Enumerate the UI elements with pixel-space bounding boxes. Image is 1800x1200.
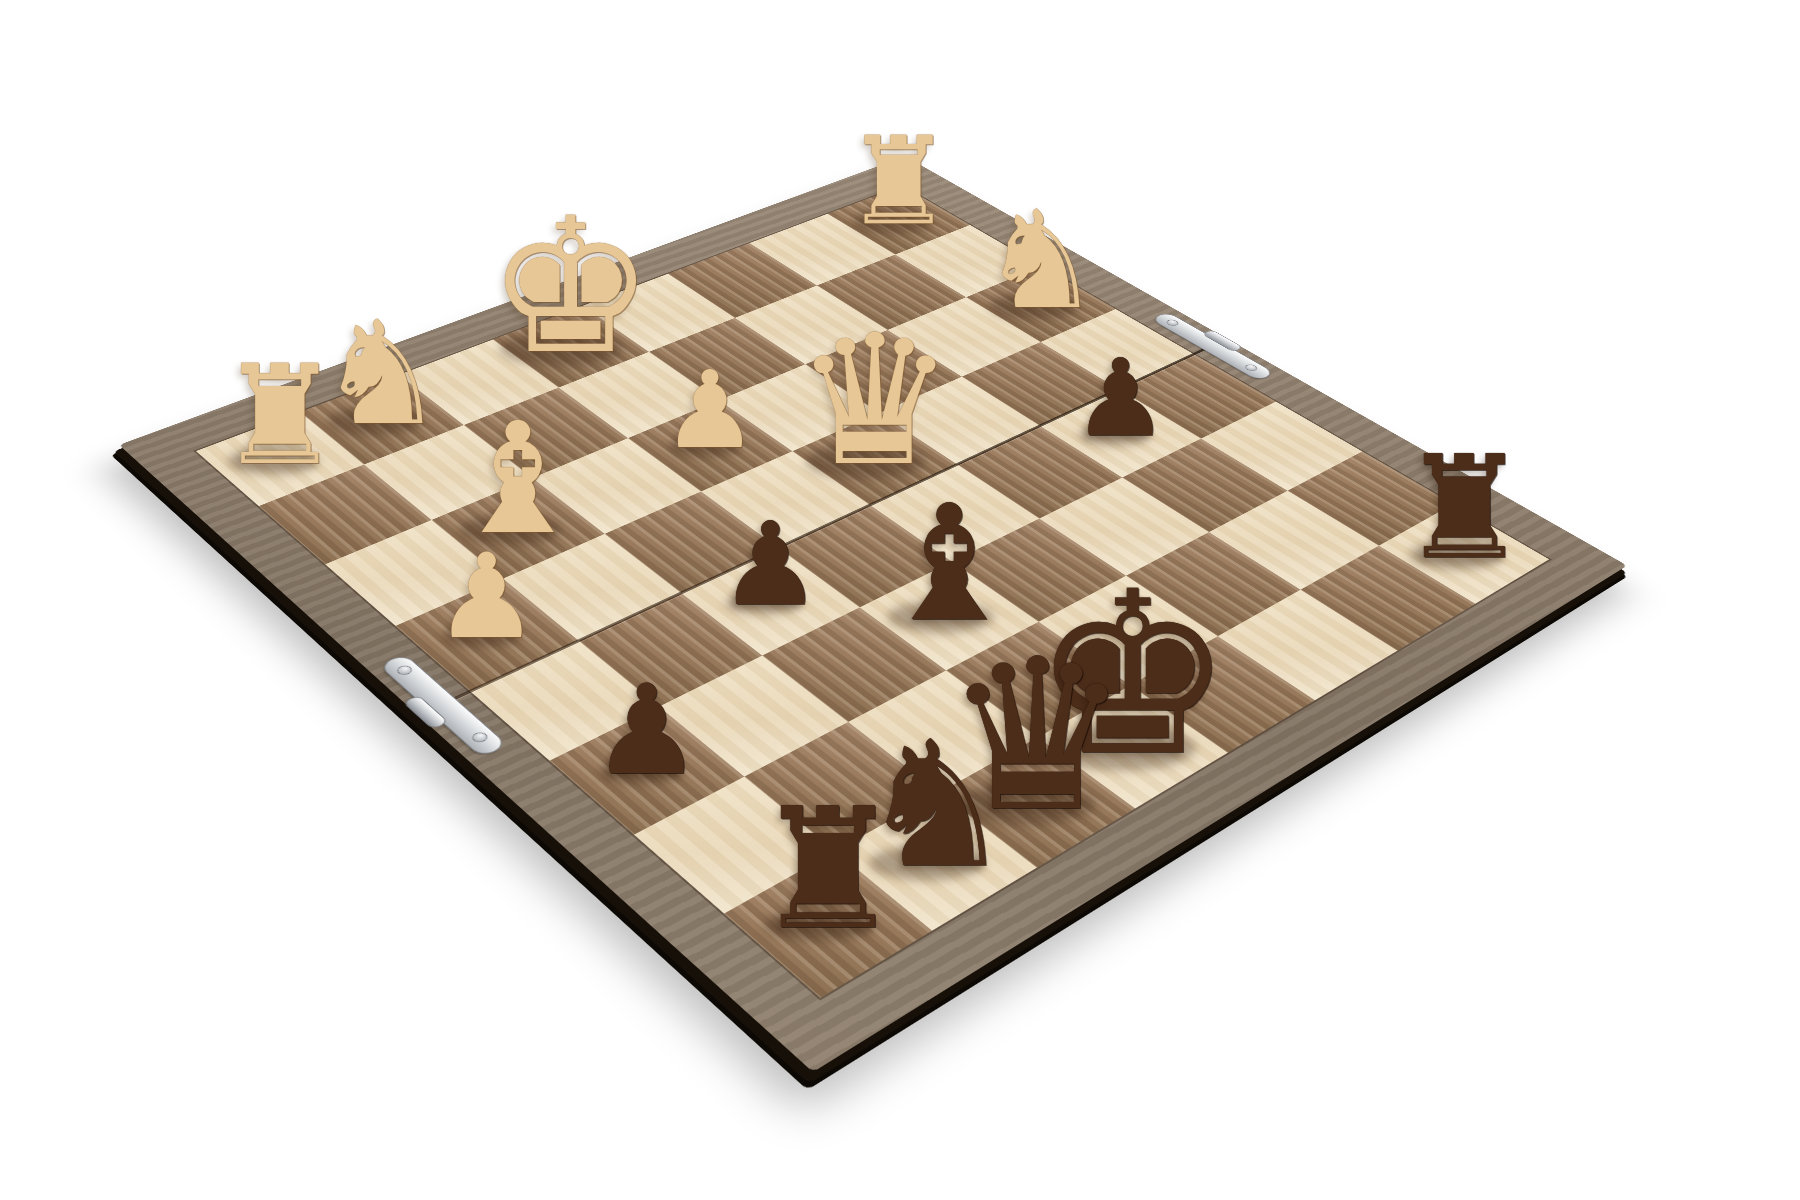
piece-black-pawn-b5[interactable]: ♟ [1072, 345, 1168, 452]
hinge-barrel-icon [1203, 330, 1243, 352]
screw-icon [1244, 364, 1258, 371]
piece-black-pawn-h6[interactable]: ♟ [591, 668, 702, 792]
hinge-icon-h-side [380, 654, 507, 756]
piece-white-pawn-h4[interactable]: ♟ [434, 538, 539, 655]
piece-black-rook-h8[interactable]: ♜ [753, 786, 903, 953]
screw-icon [1166, 319, 1180, 326]
square-c8[interactable] [1218, 590, 1398, 701]
piece-black-rook-a8[interactable]: ♜ [1400, 436, 1528, 579]
piece-black-pawn-f5[interactable]: ♟ [719, 507, 822, 622]
piece-white-rook-h1[interactable]: ♜ [218, 346, 341, 483]
piece-white-king-e1[interactable]: ♚ [487, 193, 655, 380]
hinge-barrel-icon [404, 696, 448, 729]
screw-icon [396, 665, 413, 676]
scene: ♜♚♞♜♞♟♝♛♟♟♟♝♟♚♛♞♜♜ [0, 0, 1800, 1200]
piece-white-rook-a1[interactable]: ♜ [844, 121, 952, 242]
piece-white-knight-a3[interactable]: ♞ [980, 193, 1101, 328]
piece-white-pawn-e3[interactable]: ♟ [662, 358, 758, 465]
screw-icon [471, 732, 489, 743]
piece-white-queen-d4[interactable]: ♛ [794, 311, 955, 491]
